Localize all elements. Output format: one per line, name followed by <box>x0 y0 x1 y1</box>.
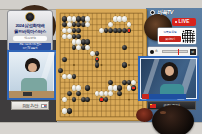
move-marker <box>132 87 135 90</box>
broadcast-frame: 2024 삼성화재배 월드바둑마스터스 여자 본선 최정 九단 vs 리허 五단… <box>0 0 202 134</box>
event-subtitle: 여자 본선 <box>13 36 47 41</box>
stone-white <box>85 16 90 21</box>
winbar-right-label: 백 <box>190 49 196 55</box>
black-stone-icon <box>150 50 154 54</box>
player-left-face <box>28 63 37 72</box>
move-marker <box>96 58 99 61</box>
laptop-icon <box>23 92 32 96</box>
winrate-bar: 흑 백 <box>148 47 197 56</box>
stone-black <box>95 62 100 67</box>
channel-logo: 바둑TV <box>157 9 197 17</box>
qr-text-line2: 참여하기 <box>159 36 181 42</box>
bowl-glint <box>160 111 166 114</box>
event-medal-icon <box>25 12 35 22</box>
move-marker <box>100 98 103 101</box>
stone-black <box>76 28 81 33</box>
event-banner: 2024 삼성화재배 월드바둑마스터스 여자 본선 최정 九단 vs 리허 五단… <box>7 10 53 52</box>
move-marker <box>128 29 131 32</box>
lower-third-accent <box>142 94 149 99</box>
stone-white <box>122 16 127 21</box>
player-left-video <box>7 50 56 100</box>
live-badge: LIVE <box>172 18 196 26</box>
stone-black <box>122 62 127 67</box>
event-title-line1: 2024 삼성화재배 <box>8 23 52 28</box>
stone-black <box>108 80 113 85</box>
qr-text-line1: 단톡방 채팅 <box>159 29 181 35</box>
qr-chat-panel: 단톡방 채팅 참여하기 <box>158 28 196 44</box>
player-right-video <box>138 56 199 101</box>
channel-logo-icon <box>150 10 155 15</box>
live-dot-icon <box>175 21 177 23</box>
winbar-tick <box>178 49 179 55</box>
stone-black <box>62 57 67 62</box>
lower-third-strip <box>142 94 186 99</box>
go-board <box>56 9 147 121</box>
winbar-left-label: 흑 <box>155 47 158 56</box>
player-right-face <box>165 66 174 76</box>
stone-black <box>76 34 81 39</box>
korea-flag-icon <box>41 104 47 108</box>
winbar-track <box>162 50 188 53</box>
player-left-desk <box>9 91 54 98</box>
stone-black <box>85 39 90 44</box>
stone-bowl-bottom <box>152 105 194 134</box>
stone-white <box>76 85 81 90</box>
stone-black <box>85 85 90 90</box>
bowl-lid-red <box>136 108 153 122</box>
stone-white <box>131 80 136 85</box>
qr-code-icon <box>182 30 195 43</box>
player-left-nametag: 최정 九단 <box>11 101 49 110</box>
china-flag-icon <box>150 104 156 108</box>
stone-black <box>67 108 72 113</box>
event-title-line2: 월드바둑마스터스 <box>8 29 52 34</box>
